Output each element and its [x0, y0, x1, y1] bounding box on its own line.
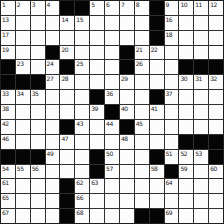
- cell-r14c7[interactable]: [105, 209, 119, 223]
- cell-r14c6[interactable]: [90, 209, 104, 223]
- clue-number-32: 32: [210, 75, 217, 82]
- cell-r1c14[interactable]: [209, 16, 223, 30]
- cell-r13c6[interactable]: [90, 194, 104, 208]
- clue-number-52: 52: [180, 150, 187, 157]
- clue-number-20: 20: [61, 46, 68, 53]
- cell-r11c10[interactable]: 58: [150, 165, 164, 179]
- cell-r11c2[interactable]: 56: [31, 165, 45, 179]
- clue-number-62: 62: [76, 179, 83, 186]
- cell-r11c4[interactable]: [60, 165, 74, 179]
- cell-r2c2[interactable]: [31, 31, 45, 45]
- cell-r0c0[interactable]: 1: [1, 1, 15, 15]
- cell-r11c9[interactable]: [135, 165, 149, 179]
- clue-number-43: 43: [76, 120, 83, 127]
- clue-number-22: 22: [151, 46, 158, 53]
- clue-number-21: 21: [136, 46, 143, 53]
- cell-r8c5[interactable]: 43: [75, 120, 89, 134]
- cell-r12c5[interactable]: 62: [75, 179, 89, 193]
- block-cell-r14c10: [150, 209, 164, 223]
- cell-r9c6[interactable]: [90, 135, 104, 149]
- cell-r5c9[interactable]: [135, 75, 149, 89]
- cell-r5c6[interactable]: [90, 75, 104, 89]
- clue-number-3: 3: [32, 1, 35, 8]
- clue-number-14: 14: [61, 16, 68, 23]
- clue-number-4: 4: [47, 1, 50, 8]
- clue-number-63: 63: [91, 179, 98, 186]
- cell-r4c6[interactable]: [90, 60, 104, 74]
- cell-r10c4[interactable]: [60, 150, 74, 164]
- cell-r3c2[interactable]: [31, 46, 45, 60]
- clue-number-47: 47: [61, 135, 68, 142]
- cell-r1c2[interactable]: [31, 16, 45, 30]
- cell-r5c8[interactable]: 29: [120, 75, 134, 89]
- cell-r7c3[interactable]: [46, 105, 60, 119]
- cell-r12c9[interactable]: [135, 179, 149, 193]
- clue-number-60: 60: [210, 165, 217, 172]
- cell-r0c7[interactable]: 6: [105, 1, 119, 15]
- block-cell-r11c11: [165, 165, 179, 179]
- cell-r9c9[interactable]: [135, 135, 149, 149]
- clue-number-65: 65: [2, 194, 9, 201]
- cell-r1c0[interactable]: 13: [1, 16, 15, 30]
- clue-number-53: 53: [195, 150, 202, 157]
- cell-r5c11[interactable]: [165, 75, 179, 89]
- cell-r12c6[interactable]: 63: [90, 179, 104, 193]
- block-cell-r3c3: [46, 46, 60, 60]
- cell-r14c11[interactable]: 69: [165, 209, 179, 223]
- cell-r13c14[interactable]: [209, 194, 223, 208]
- clue-number-40: 40: [121, 105, 128, 112]
- clue-number-42: 42: [2, 120, 9, 127]
- crossword-grid: 1234567891011121314151617181920212223242…: [0, 0, 224, 224]
- cell-r5c5[interactable]: [75, 75, 89, 89]
- cell-r8c7[interactable]: 44: [105, 120, 119, 134]
- cell-r11c7[interactable]: 57: [105, 165, 119, 179]
- cell-r5c10[interactable]: [150, 75, 164, 89]
- cell-r13c5[interactable]: 66: [75, 194, 89, 208]
- cell-r5c14[interactable]: 32: [209, 75, 223, 89]
- cell-r11c0[interactable]: 54: [1, 165, 15, 179]
- cell-r3c12[interactable]: [179, 46, 193, 60]
- cell-r2c1[interactable]: [16, 31, 30, 45]
- cell-r4c1[interactable]: 23: [16, 60, 30, 74]
- cell-r14c14[interactable]: [209, 209, 223, 223]
- cell-r13c1[interactable]: [16, 194, 30, 208]
- cell-r1c13[interactable]: [194, 16, 208, 30]
- block-cell-r14c4: [60, 209, 74, 223]
- cell-r9c0[interactable]: 46: [1, 135, 15, 149]
- cell-r7c13[interactable]: [194, 105, 208, 119]
- cell-r1c3[interactable]: [46, 16, 60, 30]
- cell-r2c4[interactable]: [60, 31, 74, 45]
- block-cell-r4c14: [209, 60, 223, 74]
- cell-r13c7[interactable]: [105, 194, 119, 208]
- clue-number-15: 15: [76, 16, 83, 23]
- clue-number-29: 29: [121, 75, 128, 82]
- cell-r0c12[interactable]: 10: [179, 1, 193, 15]
- clue-number-69: 69: [166, 209, 173, 216]
- block-cell-r8c4: [60, 120, 74, 134]
- cell-r1c1[interactable]: [16, 16, 30, 30]
- cell-r9c3[interactable]: [46, 135, 60, 149]
- cell-r12c3[interactable]: [46, 179, 60, 193]
- cell-r6c14[interactable]: [209, 90, 223, 104]
- block-cell-r6c6: [90, 90, 104, 104]
- cell-r13c12[interactable]: [179, 194, 193, 208]
- cell-r7c11[interactable]: [165, 105, 179, 119]
- cell-r2c13[interactable]: [194, 31, 208, 45]
- cell-r6c11[interactable]: 37: [165, 90, 179, 104]
- cell-r14c5[interactable]: 68: [75, 209, 89, 223]
- block-cell-r10c6: [90, 150, 104, 164]
- cell-r1c9[interactable]: [135, 16, 149, 30]
- clue-number-12: 12: [210, 1, 217, 8]
- cell-r12c0[interactable]: 61: [1, 179, 15, 193]
- cell-r13c8[interactable]: [120, 194, 134, 208]
- cell-r9c5[interactable]: [75, 135, 89, 149]
- block-cell-r5c0: [1, 75, 15, 89]
- cell-r0c3[interactable]: 4: [46, 1, 60, 15]
- clue-number-48: 48: [121, 135, 128, 142]
- cell-r1c5[interactable]: 15: [75, 16, 89, 30]
- cell-r13c11[interactable]: [165, 194, 179, 208]
- cell-r12c7[interactable]: [105, 179, 119, 193]
- cell-r0c14[interactable]: 12: [209, 1, 223, 15]
- clue-number-68: 68: [76, 209, 83, 216]
- cell-r6c0[interactable]: 33: [1, 90, 15, 104]
- cell-r7c0[interactable]: 38: [1, 105, 15, 119]
- cell-r0c8[interactable]: 7: [120, 1, 134, 15]
- cell-r0c1[interactable]: 2: [16, 1, 30, 15]
- block-cell-r10c14: [209, 150, 223, 164]
- cell-r11c1[interactable]: 55: [16, 165, 30, 179]
- block-cell-r10c0: [1, 150, 15, 164]
- cell-r0c9[interactable]: 8: [135, 1, 149, 15]
- cell-r7c8[interactable]: 40: [120, 105, 134, 119]
- clue-number-25: 25: [76, 60, 83, 67]
- block-cell-r4c13: [194, 60, 208, 74]
- clue-number-49: 49: [47, 150, 54, 157]
- cell-r1c8[interactable]: [120, 16, 134, 30]
- block-cell-r12c4: [60, 179, 74, 193]
- clue-number-44: 44: [106, 120, 113, 127]
- cell-r7c10[interactable]: 41: [150, 105, 164, 119]
- block-cell-r10c2: [31, 150, 45, 164]
- cell-r0c6[interactable]: 5: [90, 1, 104, 15]
- cell-r2c9[interactable]: [135, 31, 149, 45]
- cell-r8c2[interactable]: [31, 120, 45, 134]
- cell-r14c8[interactable]: [120, 209, 134, 223]
- clue-number-36: 36: [106, 90, 113, 97]
- cell-r5c3[interactable]: 27: [46, 75, 60, 89]
- block-cell-r5c1: [16, 75, 30, 89]
- cell-r13c13[interactable]: [194, 194, 208, 208]
- clue-number-9: 9: [166, 1, 169, 8]
- cell-r2c14[interactable]: [209, 31, 223, 45]
- cell-r5c4[interactable]: 28: [60, 75, 74, 89]
- cell-r10c3[interactable]: 49: [46, 150, 60, 164]
- clue-number-46: 46: [2, 135, 9, 142]
- cell-r3c9[interactable]: 21: [135, 46, 149, 60]
- block-cell-r4c0: [1, 60, 15, 74]
- cell-r1c12[interactable]: [179, 16, 193, 30]
- block-cell-r9c13: [194, 135, 208, 149]
- clue-number-10: 10: [180, 1, 187, 8]
- cell-r11c13[interactable]: [194, 165, 208, 179]
- cell-r12c10[interactable]: [150, 179, 164, 193]
- cell-r6c3[interactable]: [46, 90, 60, 104]
- cell-r7c6[interactable]: 39: [90, 105, 104, 119]
- block-cell-r14c9: [135, 209, 149, 223]
- cell-r13c2[interactable]: [31, 194, 45, 208]
- cell-r0c2[interactable]: 3: [31, 1, 45, 15]
- cell-r9c2[interactable]: [31, 135, 45, 149]
- cell-r6c9[interactable]: [135, 90, 149, 104]
- cell-r1c7[interactable]: [105, 16, 119, 30]
- cell-r6c7[interactable]: 36: [105, 90, 119, 104]
- block-cell-r5c2: [31, 75, 45, 89]
- block-cell-r13c4: [60, 194, 74, 208]
- block-cell-r10c10: [150, 150, 164, 164]
- clue-number-61: 61: [2, 179, 9, 186]
- cell-r14c2[interactable]: [31, 209, 45, 223]
- cell-r3c1[interactable]: [16, 46, 30, 60]
- cell-r3c13[interactable]: [194, 46, 208, 60]
- cell-r10c13[interactable]: 53: [194, 150, 208, 164]
- cell-r12c8[interactable]: [120, 179, 134, 193]
- clue-number-34: 34: [17, 90, 24, 97]
- cell-r14c12[interactable]: [179, 209, 193, 223]
- block-cell-r0c10: [150, 1, 164, 15]
- cell-r5c13[interactable]: 31: [194, 75, 208, 89]
- clue-number-41: 41: [151, 105, 158, 112]
- cell-r10c5[interactable]: [75, 150, 89, 164]
- clue-number-57: 57: [106, 165, 113, 172]
- cell-r2c11[interactable]: 18: [165, 31, 179, 45]
- cell-r6c8[interactable]: [120, 90, 134, 104]
- block-cell-r1c10: [150, 16, 164, 30]
- block-cell-r6c10: [150, 90, 164, 104]
- cell-r10c11[interactable]: 51: [165, 150, 179, 164]
- cell-r6c5[interactable]: [75, 90, 89, 104]
- cell-r14c1[interactable]: [16, 209, 30, 223]
- clue-number-24: 24: [47, 60, 54, 67]
- cell-r12c11[interactable]: 64: [165, 179, 179, 193]
- clue-number-28: 28: [61, 75, 68, 82]
- cell-r4c11[interactable]: [165, 60, 179, 74]
- cell-r3c0[interactable]: 19: [1, 46, 15, 60]
- clue-number-64: 64: [166, 179, 173, 186]
- clue-number-67: 67: [2, 209, 9, 216]
- clue-number-38: 38: [2, 105, 9, 112]
- clue-number-27: 27: [47, 75, 54, 82]
- block-cell-r4c8: [120, 60, 134, 74]
- cell-r12c12[interactable]: [179, 179, 193, 193]
- cell-r13c9[interactable]: [135, 194, 149, 208]
- cell-r5c12[interactable]: 30: [179, 75, 193, 89]
- cell-r9c11[interactable]: [165, 135, 179, 149]
- cell-r8c1[interactable]: [16, 120, 30, 134]
- cell-r1c6[interactable]: [90, 16, 104, 30]
- cell-r2c3[interactable]: [46, 31, 60, 45]
- cell-r4c5[interactable]: 25: [75, 60, 89, 74]
- cell-r7c2[interactable]: [31, 105, 45, 119]
- cell-r6c4[interactable]: [60, 90, 74, 104]
- cell-r8c3[interactable]: [46, 120, 60, 134]
- clue-number-26: 26: [136, 60, 143, 67]
- clue-number-58: 58: [151, 165, 158, 172]
- clue-number-5: 5: [91, 1, 94, 8]
- cell-r6c13[interactable]: [194, 90, 208, 104]
- cell-r3c4[interactable]: 20: [60, 46, 74, 60]
- cell-r7c9[interactable]: [135, 105, 149, 119]
- cell-r3c7[interactable]: [105, 46, 119, 60]
- clue-number-54: 54: [2, 165, 9, 172]
- cell-r8c10[interactable]: [150, 120, 164, 134]
- cell-r14c0[interactable]: 67: [1, 209, 15, 223]
- clue-number-30: 30: [180, 75, 187, 82]
- cell-r9c7[interactable]: [105, 135, 119, 149]
- clue-number-50: 50: [106, 150, 113, 157]
- cell-r10c7[interactable]: 50: [105, 150, 119, 164]
- cell-r8c13[interactable]: [194, 120, 208, 134]
- clue-number-11: 11: [195, 1, 202, 8]
- block-cell-r10c1: [16, 150, 30, 164]
- cell-r2c12[interactable]: [179, 31, 193, 45]
- clue-number-23: 23: [17, 60, 24, 67]
- cell-r10c9[interactable]: [135, 150, 149, 164]
- cell-r4c10[interactable]: [150, 60, 164, 74]
- block-cell-r11c6: [90, 165, 104, 179]
- cell-r2c7[interactable]: [105, 31, 119, 45]
- block-cell-r0c5: [75, 1, 89, 15]
- block-cell-r9c14: [209, 135, 223, 149]
- clue-number-37: 37: [166, 90, 173, 97]
- cell-r8c11[interactable]: [165, 120, 179, 134]
- clue-number-35: 35: [32, 90, 39, 97]
- cell-r0c11[interactable]: 9: [165, 1, 179, 15]
- cell-r11c14[interactable]: 60: [209, 165, 223, 179]
- cell-r13c0[interactable]: 65: [1, 194, 15, 208]
- cell-r6c12[interactable]: [179, 90, 193, 104]
- clue-number-6: 6: [106, 1, 109, 8]
- cell-r1c11[interactable]: 16: [165, 16, 179, 30]
- cell-r10c8[interactable]: [120, 150, 134, 164]
- cell-r7c14[interactable]: [209, 105, 223, 119]
- cell-r12c1[interactable]: [16, 179, 30, 193]
- cell-r5c7[interactable]: [105, 75, 119, 89]
- clue-number-55: 55: [17, 165, 24, 172]
- block-cell-r8c8: [120, 120, 134, 134]
- block-cell-r4c4: [60, 60, 74, 74]
- block-cell-r2c10: [150, 31, 164, 45]
- cell-r11c8[interactable]: [120, 165, 134, 179]
- cell-r3c10[interactable]: 22: [150, 46, 164, 60]
- cell-r12c2[interactable]: [31, 179, 45, 193]
- cell-r3c6[interactable]: [90, 46, 104, 60]
- cell-r11c3[interactable]: [46, 165, 60, 179]
- block-cell-r7c7: [105, 105, 119, 119]
- clue-number-19: 19: [2, 46, 9, 53]
- cell-r13c3[interactable]: [46, 194, 60, 208]
- cell-r4c3[interactable]: 24: [46, 60, 60, 74]
- cell-r11c12[interactable]: 59: [179, 165, 193, 179]
- cell-r2c0[interactable]: 17: [1, 31, 15, 45]
- cell-r12c14[interactable]: [209, 179, 223, 193]
- clue-number-7: 7: [121, 1, 124, 8]
- cell-r7c5[interactable]: [75, 105, 89, 119]
- cell-r4c7[interactable]: [105, 60, 119, 74]
- cell-r8c0[interactable]: 42: [1, 120, 15, 134]
- cell-r8c9[interactable]: 45: [135, 120, 149, 134]
- clue-number-13: 13: [2, 16, 9, 23]
- clue-number-33: 33: [2, 90, 9, 97]
- clue-number-31: 31: [195, 75, 202, 82]
- cell-r11c5[interactable]: [75, 165, 89, 179]
- cell-r7c12[interactable]: [179, 105, 193, 119]
- cell-r4c9[interactable]: 26: [135, 60, 149, 74]
- cell-r1c4[interactable]: 14: [60, 16, 74, 30]
- clue-number-51: 51: [166, 150, 173, 157]
- cell-r13c10[interactable]: [150, 194, 164, 208]
- clue-number-2: 2: [17, 1, 20, 8]
- cell-r9c4[interactable]: 47: [60, 135, 74, 149]
- block-cell-r3c8: [120, 46, 134, 60]
- clue-number-39: 39: [91, 105, 98, 112]
- clue-number-16: 16: [166, 16, 173, 23]
- cell-r3c5[interactable]: [75, 46, 89, 60]
- clue-number-1: 1: [2, 1, 5, 8]
- cell-r3c11[interactable]: [165, 46, 179, 60]
- cell-r10c12[interactable]: 52: [179, 150, 193, 164]
- block-cell-r4c12: [179, 60, 193, 74]
- cell-r9c1[interactable]: [16, 135, 30, 149]
- block-cell-r0c4: [60, 1, 74, 15]
- clue-number-56: 56: [32, 165, 39, 172]
- cell-r14c3[interactable]: [46, 209, 60, 223]
- cell-r3c14[interactable]: [209, 46, 223, 60]
- cell-r7c4[interactable]: [60, 105, 74, 119]
- clue-number-66: 66: [76, 194, 83, 201]
- clue-number-8: 8: [136, 1, 139, 8]
- clue-number-45: 45: [136, 120, 143, 127]
- cell-r9c10[interactable]: [150, 135, 164, 149]
- cell-r8c14[interactable]: [209, 120, 223, 134]
- cell-r6c2[interactable]: 35: [31, 90, 45, 104]
- clue-number-17: 17: [2, 31, 9, 38]
- clue-number-18: 18: [166, 31, 173, 38]
- clue-number-59: 59: [180, 165, 187, 172]
- cell-r2c8[interactable]: [120, 31, 134, 45]
- block-cell-r9c12: [179, 135, 193, 149]
- cell-r14c13[interactable]: [194, 209, 208, 223]
- cell-r0c13[interactable]: 11: [194, 1, 208, 15]
- cell-r8c6[interactable]: [90, 120, 104, 134]
- cell-r2c6[interactable]: [90, 31, 104, 45]
- cell-r12c13[interactable]: [194, 179, 208, 193]
- cell-r9c8[interactable]: 48: [120, 135, 134, 149]
- cell-r7c1[interactable]: [16, 105, 30, 119]
- cell-r4c2[interactable]: [31, 60, 45, 74]
- cell-r6c1[interactable]: 34: [16, 90, 30, 104]
- cell-r2c5[interactable]: [75, 31, 89, 45]
- cell-r8c12[interactable]: [179, 120, 193, 134]
